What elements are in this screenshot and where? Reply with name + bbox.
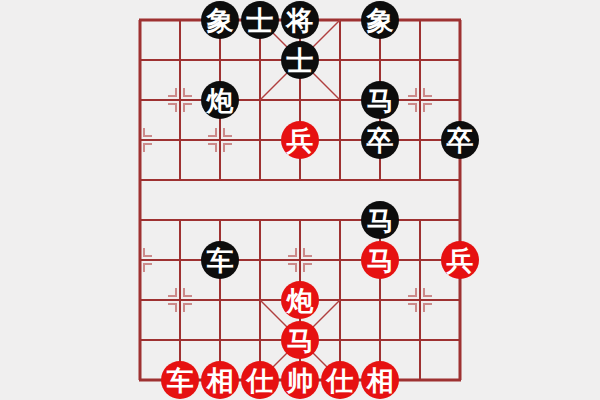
point-marker <box>288 264 296 272</box>
piece-black-cannon[interactable]: 炮 <box>201 81 239 119</box>
point-marker <box>408 88 416 96</box>
piece-black-elephant[interactable]: 象 <box>361 1 399 39</box>
point-marker <box>184 104 192 112</box>
point-marker <box>304 264 312 272</box>
point-marker <box>408 104 416 112</box>
piece-red-elephant[interactable]: 相 <box>201 361 239 399</box>
point-marker <box>424 304 432 312</box>
piece-red-soldier[interactable]: 兵 <box>441 241 479 279</box>
piece-black-horse[interactable]: 马 <box>361 201 399 239</box>
piece-red-horse[interactable]: 马 <box>361 241 399 279</box>
point-marker <box>184 304 192 312</box>
piece-red-soldier[interactable]: 兵 <box>281 121 319 159</box>
piece-red-general[interactable]: 帅 <box>281 361 319 399</box>
point-marker <box>144 144 152 152</box>
point-marker <box>424 88 432 96</box>
point-marker <box>408 288 416 296</box>
point-marker <box>304 248 312 256</box>
piece-black-soldier[interactable]: 卒 <box>441 121 479 159</box>
point-marker <box>184 288 192 296</box>
point-marker <box>184 88 192 96</box>
piece-black-elephant[interactable]: 象 <box>201 1 239 39</box>
point-marker <box>168 288 176 296</box>
point-marker <box>168 104 176 112</box>
xiangqi-board: 象士将象士炮马兵卒卒马车马兵炮马车相仕帅仕相 <box>0 0 600 400</box>
point-marker <box>168 304 176 312</box>
point-marker <box>424 104 432 112</box>
point-marker <box>408 304 416 312</box>
piece-black-general[interactable]: 将 <box>281 1 319 39</box>
point-marker <box>224 128 232 136</box>
point-marker <box>144 128 152 136</box>
point-marker <box>144 264 152 272</box>
point-marker <box>208 144 216 152</box>
point-marker <box>168 88 176 96</box>
piece-red-advisor[interactable]: 仕 <box>241 361 279 399</box>
point-marker <box>224 144 232 152</box>
piece-black-chariot[interactable]: 车 <box>201 241 239 279</box>
piece-red-elephant[interactable]: 相 <box>361 361 399 399</box>
piece-red-cannon[interactable]: 炮 <box>281 281 319 319</box>
point-marker <box>424 288 432 296</box>
piece-red-chariot[interactable]: 车 <box>161 361 199 399</box>
piece-black-soldier[interactable]: 卒 <box>361 121 399 159</box>
piece-black-advisor[interactable]: 士 <box>241 1 279 39</box>
point-marker <box>288 248 296 256</box>
point-marker <box>208 128 216 136</box>
piece-black-horse[interactable]: 马 <box>361 81 399 119</box>
point-marker <box>144 248 152 256</box>
piece-red-advisor[interactable]: 仕 <box>321 361 359 399</box>
piece-black-advisor[interactable]: 士 <box>281 41 319 79</box>
piece-red-horse[interactable]: 马 <box>281 321 319 359</box>
